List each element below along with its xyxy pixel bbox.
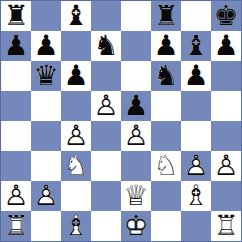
piece-white-rook[interactable]: ♜♖	[211, 211, 241, 241]
square-d7[interactable]: ♘♞	[91, 31, 121, 61]
square-c5[interactable]	[61, 91, 91, 121]
white-piece-fill: ♟	[31, 181, 61, 211]
piece-white-pawn[interactable]: ♟♙	[31, 181, 61, 211]
square-g5[interactable]	[181, 91, 211, 121]
square-e1[interactable]: ♚♔	[121, 211, 151, 241]
black-piece-body: ♟	[181, 61, 211, 91]
square-f6[interactable]: ♘♞	[151, 61, 181, 91]
white-piece-fill: ♟	[211, 151, 241, 181]
black-piece-body: ♟	[211, 31, 241, 61]
square-d4[interactable]	[91, 121, 121, 151]
white-piece-outline: ♗	[181, 181, 211, 211]
white-piece-outline: ♘	[61, 151, 91, 181]
black-piece-body: ♞	[151, 61, 181, 91]
piece-black-pawn[interactable]: ♙♟	[151, 31, 181, 61]
white-piece-outline: ♙	[61, 121, 91, 151]
square-g4[interactable]	[181, 121, 211, 151]
white-piece-outline: ♙	[181, 151, 211, 181]
white-piece-fill: ♟	[1, 181, 31, 211]
black-piece-detail: ♙	[211, 31, 241, 61]
black-piece-body: ♟	[61, 61, 91, 91]
square-e4[interactable]: ♟♙	[121, 121, 151, 151]
white-piece-fill: ♝	[61, 211, 91, 241]
chess-board: ♖♜♗♝♖♜♔♚♙♟♙♟♘♞♙♟♗♝♙♟♕♛♙♟♘♞♙♟♟♙♙♟♟♙♟♙♞♘♞♘…	[0, 0, 242, 242]
square-h8[interactable]: ♔♚	[211, 1, 241, 31]
square-c7[interactable]	[61, 31, 91, 61]
square-b6[interactable]: ♕♛	[31, 61, 61, 91]
piece-white-pawn[interactable]: ♟♙	[121, 121, 151, 151]
square-a5[interactable]	[1, 91, 31, 121]
black-piece-detail: ♘	[151, 61, 181, 91]
black-piece-body: ♟	[151, 31, 181, 61]
square-b3[interactable]	[31, 151, 61, 181]
piece-black-pawn[interactable]: ♙♟	[61, 61, 91, 91]
square-f5[interactable]	[151, 91, 181, 121]
white-piece-fill: ♞	[61, 151, 91, 181]
piece-white-pawn[interactable]: ♟♙	[181, 151, 211, 181]
square-c3[interactable]: ♞♘	[61, 151, 91, 181]
square-f7[interactable]: ♙♟	[151, 31, 181, 61]
piece-black-rook[interactable]: ♖♜	[1, 1, 31, 31]
square-a4[interactable]	[1, 121, 31, 151]
white-piece-fill: ♟	[121, 121, 151, 151]
piece-black-pawn[interactable]: ♙♟	[121, 91, 151, 121]
piece-white-pawn[interactable]: ♟♙	[1, 181, 31, 211]
square-b1[interactable]	[31, 211, 61, 241]
square-f3[interactable]: ♞♘	[151, 151, 181, 181]
black-piece-body: ♞	[91, 31, 121, 61]
square-a3[interactable]	[1, 151, 31, 181]
black-piece-body: ♚	[211, 1, 241, 31]
square-d6[interactable]	[91, 61, 121, 91]
piece-black-bishop[interactable]: ♗♝	[61, 1, 91, 31]
white-piece-fill: ♟	[61, 121, 91, 151]
piece-black-pawn[interactable]: ♙♟	[1, 31, 31, 61]
square-g6[interactable]: ♙♟	[181, 61, 211, 91]
square-b8[interactable]	[31, 1, 61, 31]
white-piece-fill: ♜	[1, 211, 31, 241]
black-piece-body: ♝	[61, 1, 91, 31]
square-e5[interactable]: ♙♟	[121, 91, 151, 121]
square-d1[interactable]	[91, 211, 121, 241]
square-f1[interactable]	[151, 211, 181, 241]
black-piece-detail: ♖	[1, 1, 31, 31]
black-piece-body: ♜	[1, 1, 31, 31]
square-f4[interactable]	[151, 121, 181, 151]
square-h4[interactable]	[211, 121, 241, 151]
piece-black-pawn[interactable]: ♙♟	[31, 31, 61, 61]
black-piece-detail: ♕	[31, 61, 61, 91]
square-a1[interactable]: ♜♖	[1, 211, 31, 241]
white-piece-outline: ♙	[31, 181, 61, 211]
square-f8[interactable]: ♖♜	[151, 1, 181, 31]
black-piece-detail: ♘	[91, 31, 121, 61]
white-piece-fill: ♚	[121, 211, 151, 241]
square-g8[interactable]	[181, 1, 211, 31]
square-c2[interactable]	[61, 181, 91, 211]
piece-black-knight[interactable]: ♘♞	[91, 31, 121, 61]
white-piece-outline: ♘	[151, 151, 181, 181]
black-piece-body: ♟	[121, 91, 151, 121]
square-b5[interactable]	[31, 91, 61, 121]
square-e8[interactable]	[121, 1, 151, 31]
square-d8[interactable]	[91, 1, 121, 31]
piece-white-queen[interactable]: ♛♕	[121, 181, 151, 211]
white-piece-outline: ♙	[91, 91, 121, 121]
square-h1[interactable]: ♜♖	[211, 211, 241, 241]
black-piece-detail: ♙	[151, 31, 181, 61]
white-piece-fill: ♝	[181, 181, 211, 211]
square-g3[interactable]: ♟♙	[181, 151, 211, 181]
black-piece-detail: ♗	[61, 1, 91, 31]
square-a8[interactable]: ♖♜	[1, 1, 31, 31]
square-b2[interactable]: ♟♙	[31, 181, 61, 211]
white-piece-fill: ♛	[121, 181, 151, 211]
white-piece-outline: ♕	[121, 181, 151, 211]
piece-white-knight[interactable]: ♞♘	[61, 151, 91, 181]
black-piece-body: ♟	[1, 31, 31, 61]
piece-white-pawn[interactable]: ♟♙	[61, 121, 91, 151]
square-c8[interactable]: ♗♝	[61, 1, 91, 31]
white-piece-outline: ♖	[1, 211, 31, 241]
square-e6[interactable]	[121, 61, 151, 91]
white-piece-outline: ♗	[61, 211, 91, 241]
square-a2[interactable]: ♟♙	[1, 181, 31, 211]
piece-black-pawn[interactable]: ♙♟	[181, 61, 211, 91]
square-d3[interactable]	[91, 151, 121, 181]
square-d2[interactable]	[91, 181, 121, 211]
square-a7[interactable]: ♙♟	[1, 31, 31, 61]
piece-black-bishop[interactable]: ♗♝	[181, 31, 211, 61]
piece-white-pawn[interactable]: ♟♙	[211, 151, 241, 181]
white-piece-outline: ♖	[211, 211, 241, 241]
black-piece-body: ♝	[181, 31, 211, 61]
black-piece-detail: ♖	[151, 1, 181, 31]
square-g2[interactable]: ♝♗	[181, 181, 211, 211]
piece-white-bishop[interactable]: ♝♗	[181, 181, 211, 211]
black-piece-detail: ♙	[31, 31, 61, 61]
black-piece-detail: ♔	[211, 1, 241, 31]
square-e7[interactable]	[121, 31, 151, 61]
square-h6[interactable]	[211, 61, 241, 91]
square-g1[interactable]	[181, 211, 211, 241]
square-e3[interactable]	[121, 151, 151, 181]
white-piece-fill: ♟	[91, 91, 121, 121]
black-piece-detail: ♙	[181, 61, 211, 91]
square-f2[interactable]	[151, 181, 181, 211]
square-c1[interactable]: ♝♗	[61, 211, 91, 241]
piece-white-pawn[interactable]: ♟♙	[91, 91, 121, 121]
black-piece-body: ♟	[31, 31, 61, 61]
piece-white-knight[interactable]: ♞♘	[151, 151, 181, 181]
square-h2[interactable]	[211, 181, 241, 211]
square-b7[interactable]: ♙♟	[31, 31, 61, 61]
piece-black-rook[interactable]: ♖♜	[151, 1, 181, 31]
white-piece-fill: ♜	[211, 211, 241, 241]
black-piece-detail: ♙	[61, 61, 91, 91]
square-g7[interactable]: ♗♝	[181, 31, 211, 61]
white-piece-outline: ♙	[1, 181, 31, 211]
piece-black-knight[interactable]: ♘♞	[151, 61, 181, 91]
square-e2[interactable]: ♛♕	[121, 181, 151, 211]
square-b4[interactable]	[31, 121, 61, 151]
black-piece-body: ♛	[31, 61, 61, 91]
square-c6[interactable]: ♙♟	[61, 61, 91, 91]
white-piece-fill: ♞	[151, 151, 181, 181]
square-c4[interactable]: ♟♙	[61, 121, 91, 151]
square-d5[interactable]: ♟♙	[91, 91, 121, 121]
white-piece-outline: ♙	[211, 151, 241, 181]
piece-white-bishop[interactable]: ♝♗	[61, 211, 91, 241]
piece-black-pawn[interactable]: ♙♟	[211, 31, 241, 61]
white-piece-outline: ♙	[121, 121, 151, 151]
square-h5[interactable]	[211, 91, 241, 121]
black-piece-body: ♜	[151, 1, 181, 31]
square-h7[interactable]: ♙♟	[211, 31, 241, 61]
piece-black-queen[interactable]: ♕♛	[31, 61, 61, 91]
square-a6[interactable]	[1, 61, 31, 91]
white-piece-outline: ♔	[121, 211, 151, 241]
piece-white-king[interactable]: ♚♔	[121, 211, 151, 241]
white-piece-fill: ♟	[181, 151, 211, 181]
black-piece-detail: ♙	[1, 31, 31, 61]
black-piece-detail: ♙	[121, 91, 151, 121]
piece-white-rook[interactable]: ♜♖	[1, 211, 31, 241]
piece-black-king[interactable]: ♔♚	[211, 1, 241, 31]
black-piece-detail: ♗	[181, 31, 211, 61]
square-h3[interactable]: ♟♙	[211, 151, 241, 181]
